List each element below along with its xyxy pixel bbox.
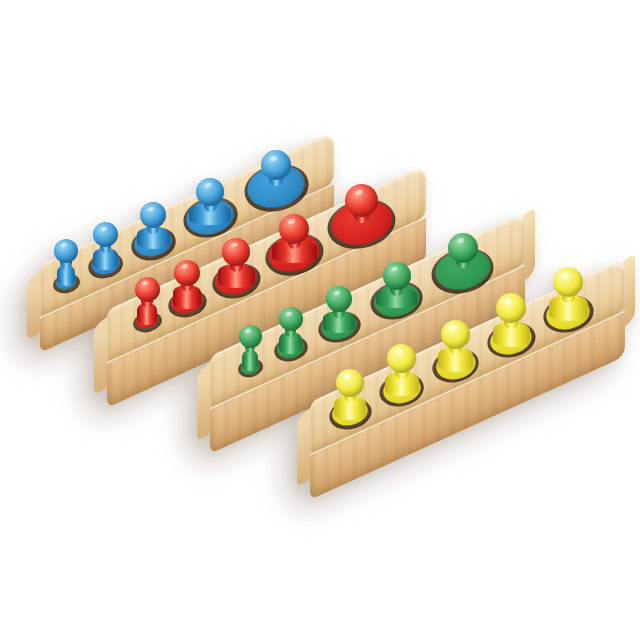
green-cylinder-1-body	[242, 350, 258, 371]
green-left-end-face	[197, 362, 211, 443]
blue-left-end-face	[27, 271, 41, 342]
yellow-left-end-face	[297, 408, 311, 489]
red-cylinder-4-knob	[279, 214, 309, 244]
red-cylinder-5-knob	[345, 184, 378, 217]
product-photo-montessori-cylinder-blocks	[0, 0, 640, 640]
block-yellow	[310, 402, 625, 498]
red-left-end-face	[94, 316, 108, 397]
